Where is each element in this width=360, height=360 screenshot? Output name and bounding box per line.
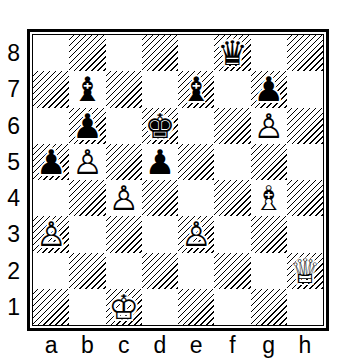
square-b5[interactable]: ♙ xyxy=(69,144,105,180)
square-e8[interactable] xyxy=(178,35,214,71)
white-pawn-c4: ♙ xyxy=(108,181,138,215)
file-labels: abcdefgh xyxy=(33,333,323,357)
file-label-f: f xyxy=(214,333,250,357)
white-pawn-b5: ♙ xyxy=(72,145,102,179)
square-g5[interactable] xyxy=(251,144,287,180)
square-e3[interactable]: ♙ xyxy=(178,216,214,252)
square-e2[interactable] xyxy=(178,253,214,289)
square-g3[interactable] xyxy=(251,216,287,252)
white-queen-h2: ♕ xyxy=(290,254,320,288)
square-d2[interactable] xyxy=(142,253,178,289)
square-b3[interactable] xyxy=(69,216,105,252)
square-f3[interactable] xyxy=(214,216,250,252)
square-e6[interactable] xyxy=(178,108,214,144)
rank-label-4: 4 xyxy=(0,180,20,216)
white-pawn-a3: ♙ xyxy=(36,217,66,251)
square-g8[interactable] xyxy=(251,35,287,71)
square-c6[interactable] xyxy=(106,108,142,144)
rank-label-8: 8 xyxy=(0,35,20,71)
square-f8[interactable]: ♛ xyxy=(214,35,250,71)
square-a4[interactable] xyxy=(33,180,69,216)
square-a6[interactable] xyxy=(33,108,69,144)
square-d1[interactable] xyxy=(142,289,178,325)
file-label-d: d xyxy=(142,333,178,357)
square-d7[interactable] xyxy=(142,71,178,107)
black-pawn-g7: ♟ xyxy=(253,72,283,106)
black-bishop-b7: ♝ xyxy=(72,72,102,106)
square-d4[interactable] xyxy=(142,180,178,216)
file-label-g: g xyxy=(251,333,287,357)
square-b8[interactable] xyxy=(69,35,105,71)
square-f7[interactable] xyxy=(214,71,250,107)
square-a1[interactable] xyxy=(33,289,69,325)
black-pawn-b6: ♟ xyxy=(72,109,102,143)
square-a5[interactable]: ♟ xyxy=(33,144,69,180)
square-h6[interactable] xyxy=(287,108,323,144)
square-a8[interactable] xyxy=(33,35,69,71)
file-label-a: a xyxy=(33,333,69,357)
square-e1[interactable] xyxy=(178,289,214,325)
square-a2[interactable] xyxy=(33,253,69,289)
square-h5[interactable] xyxy=(287,144,323,180)
black-bishop-e7: ♝ xyxy=(181,72,211,106)
square-a7[interactable] xyxy=(33,71,69,107)
square-g6[interactable]: ♙ xyxy=(251,108,287,144)
board-inner-border: ♛♝♝♟♟♚♙♟♙♟♙♗♙♙♕♔ xyxy=(32,34,324,326)
square-d3[interactable] xyxy=(142,216,178,252)
square-a3[interactable]: ♙ xyxy=(33,216,69,252)
square-g1[interactable] xyxy=(251,289,287,325)
square-c2[interactable] xyxy=(106,253,142,289)
square-h1[interactable] xyxy=(287,289,323,325)
rank-label-1: 1 xyxy=(0,289,20,325)
file-label-h: h xyxy=(287,333,323,357)
square-c1[interactable]: ♔ xyxy=(106,289,142,325)
square-d8[interactable] xyxy=(142,35,178,71)
square-d5[interactable]: ♟ xyxy=(142,144,178,180)
file-label-b: b xyxy=(69,333,105,357)
board: ♛♝♝♟♟♚♙♟♙♟♙♗♙♙♕♔ xyxy=(33,35,323,325)
square-b4[interactable] xyxy=(69,180,105,216)
white-pawn-g6: ♙ xyxy=(253,109,283,143)
square-h4[interactable] xyxy=(287,180,323,216)
white-bishop-g4: ♗ xyxy=(253,181,283,215)
square-f1[interactable] xyxy=(214,289,250,325)
square-h7[interactable] xyxy=(287,71,323,107)
square-h2[interactable]: ♕ xyxy=(287,253,323,289)
square-h3[interactable] xyxy=(287,216,323,252)
square-c8[interactable] xyxy=(106,35,142,71)
square-f6[interactable] xyxy=(214,108,250,144)
square-f5[interactable] xyxy=(214,144,250,180)
square-d6[interactable]: ♚ xyxy=(142,108,178,144)
square-g7[interactable]: ♟ xyxy=(251,71,287,107)
rank-label-3: 3 xyxy=(0,216,20,252)
white-pawn-e3: ♙ xyxy=(181,217,211,251)
square-e5[interactable] xyxy=(178,144,214,180)
rank-labels: 87654321 xyxy=(0,35,20,325)
square-c7[interactable] xyxy=(106,71,142,107)
black-king-d6: ♚ xyxy=(145,109,175,143)
square-b6[interactable]: ♟ xyxy=(69,108,105,144)
board-frame: ♛♝♝♟♟♚♙♟♙♟♙♗♙♙♕♔ xyxy=(27,29,329,331)
square-c4[interactable]: ♙ xyxy=(106,180,142,216)
rank-label-7: 7 xyxy=(0,71,20,107)
square-b7[interactable]: ♝ xyxy=(69,71,105,107)
white-king-c1: ♔ xyxy=(108,290,138,324)
square-f4[interactable] xyxy=(214,180,250,216)
square-c5[interactable] xyxy=(106,144,142,180)
chess-diagram-page: 87654321 ♛♝♝♟♟♚♙♟♙♟♙♗♙♙♕♔ abcdefgh xyxy=(0,0,360,360)
square-g4[interactable]: ♗ xyxy=(251,180,287,216)
rank-label-6: 6 xyxy=(0,108,20,144)
square-f2[interactable] xyxy=(214,253,250,289)
square-h8[interactable] xyxy=(287,35,323,71)
file-label-c: c xyxy=(106,333,142,357)
square-b2[interactable] xyxy=(69,253,105,289)
rank-label-5: 5 xyxy=(0,144,20,180)
black-pawn-a5: ♟ xyxy=(36,145,66,179)
square-g2[interactable] xyxy=(251,253,287,289)
file-label-e: e xyxy=(178,333,214,357)
square-c3[interactable] xyxy=(106,216,142,252)
black-pawn-d5: ♟ xyxy=(145,145,175,179)
rank-label-2: 2 xyxy=(0,253,20,289)
square-b1[interactable] xyxy=(69,289,105,325)
square-e7[interactable]: ♝ xyxy=(178,71,214,107)
square-e4[interactable] xyxy=(178,180,214,216)
black-queen-f8: ♛ xyxy=(217,36,247,70)
